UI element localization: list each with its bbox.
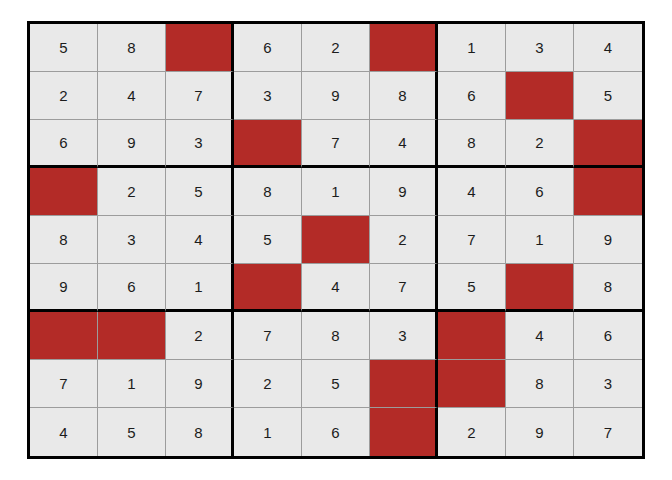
empty-cell-r4c9[interactable] (574, 168, 642, 216)
given-cell-r8c1: 7 (30, 360, 98, 408)
given-cell-r6c3: 1 (166, 264, 234, 312)
given-cell-r1c2: 8 (98, 24, 166, 72)
given-cell-r5c8: 1 (506, 216, 574, 264)
given-cell-r4c3: 5 (166, 168, 234, 216)
given-cell-r5c1: 8 (30, 216, 98, 264)
empty-cell-r7c7[interactable] (438, 312, 506, 360)
given-cell-r7c5: 8 (302, 312, 370, 360)
given-cell-r6c2: 6 (98, 264, 166, 312)
given-cell-r4c6: 9 (370, 168, 438, 216)
given-cell-r9c7: 2 (438, 408, 506, 456)
empty-cell-r1c6[interactable] (370, 24, 438, 72)
empty-cell-r3c9[interactable] (574, 120, 642, 168)
given-cell-r3c3: 3 (166, 120, 234, 168)
given-cell-r8c8: 8 (506, 360, 574, 408)
given-cell-r4c4: 8 (234, 168, 302, 216)
given-cell-r2c4: 3 (234, 72, 302, 120)
given-cell-r8c9: 3 (574, 360, 642, 408)
given-cell-r6c7: 5 (438, 264, 506, 312)
given-cell-r2c3: 7 (166, 72, 234, 120)
given-cell-r9c2: 5 (98, 408, 166, 456)
given-cell-r2c9: 5 (574, 72, 642, 120)
given-cell-r3c8: 2 (506, 120, 574, 168)
given-cell-r2c2: 4 (98, 72, 166, 120)
given-cell-r9c8: 9 (506, 408, 574, 456)
given-cell-r4c2: 2 (98, 168, 166, 216)
given-cell-r9c3: 8 (166, 408, 234, 456)
given-cell-r1c8: 3 (506, 24, 574, 72)
given-cell-r7c9: 6 (574, 312, 642, 360)
empty-cell-r6c8[interactable] (506, 264, 574, 312)
given-cell-r6c5: 4 (302, 264, 370, 312)
given-cell-r4c8: 6 (506, 168, 574, 216)
given-cell-r7c8: 4 (506, 312, 574, 360)
given-cell-r8c3: 9 (166, 360, 234, 408)
given-cell-r4c7: 4 (438, 168, 506, 216)
empty-cell-r2c8[interactable] (506, 72, 574, 120)
given-cell-r2c5: 9 (302, 72, 370, 120)
given-cell-r9c9: 7 (574, 408, 642, 456)
empty-cell-r3c4[interactable] (234, 120, 302, 168)
empty-cell-r1c3[interactable] (166, 24, 234, 72)
given-cell-r5c4: 5 (234, 216, 302, 264)
given-cell-r2c7: 6 (438, 72, 506, 120)
given-cell-r9c5: 6 (302, 408, 370, 456)
page: 5862134247398656937482258194683452719961… (0, 0, 672, 480)
given-cell-r9c4: 1 (234, 408, 302, 456)
sudoku-board: 5862134247398656937482258194683452719961… (27, 21, 645, 459)
empty-cell-r8c7[interactable] (438, 360, 506, 408)
given-cell-r9c1: 4 (30, 408, 98, 456)
given-cell-r6c1: 9 (30, 264, 98, 312)
given-cell-r3c1: 6 (30, 120, 98, 168)
given-cell-r8c5: 5 (302, 360, 370, 408)
given-cell-r3c5: 7 (302, 120, 370, 168)
empty-cell-r8c6[interactable] (370, 360, 438, 408)
given-cell-r7c3: 2 (166, 312, 234, 360)
given-cell-r7c6: 3 (370, 312, 438, 360)
given-cell-r1c9: 4 (574, 24, 642, 72)
given-cell-r6c9: 8 (574, 264, 642, 312)
given-cell-r5c6: 2 (370, 216, 438, 264)
given-cell-r3c7: 8 (438, 120, 506, 168)
given-cell-r2c6: 8 (370, 72, 438, 120)
given-cell-r1c4: 6 (234, 24, 302, 72)
given-cell-r5c7: 7 (438, 216, 506, 264)
given-cell-r5c9: 9 (574, 216, 642, 264)
given-cell-r3c6: 4 (370, 120, 438, 168)
empty-cell-r6c4[interactable] (234, 264, 302, 312)
given-cell-r1c1: 5 (30, 24, 98, 72)
given-cell-r4c5: 1 (302, 168, 370, 216)
given-cell-r5c2: 3 (98, 216, 166, 264)
given-cell-r8c2: 1 (98, 360, 166, 408)
empty-cell-r7c2[interactable] (98, 312, 166, 360)
empty-cell-r4c1[interactable] (30, 168, 98, 216)
given-cell-r1c5: 2 (302, 24, 370, 72)
given-cell-r6c6: 7 (370, 264, 438, 312)
empty-cell-r7c1[interactable] (30, 312, 98, 360)
empty-cell-r5c5[interactable] (302, 216, 370, 264)
given-cell-r7c4: 7 (234, 312, 302, 360)
given-cell-r3c2: 9 (98, 120, 166, 168)
empty-cell-r9c6[interactable] (370, 408, 438, 456)
given-cell-r2c1: 2 (30, 72, 98, 120)
given-cell-r8c4: 2 (234, 360, 302, 408)
given-cell-r1c7: 1 (438, 24, 506, 72)
given-cell-r5c3: 4 (166, 216, 234, 264)
